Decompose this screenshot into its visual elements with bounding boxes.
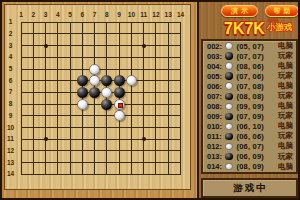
move-list-row: 004:(08, 06)电脑 (203, 61, 296, 71)
grid-vline (180, 22, 181, 174)
stone-icon-white (225, 163, 233, 171)
move-list-row: 012:(06, 07)电脑 (203, 141, 296, 151)
stone-black (77, 87, 88, 98)
grid-vline (155, 22, 156, 174)
stone-icon-black (225, 153, 233, 161)
move-number: 011: (207, 132, 225, 141)
row-label: 5 (4, 65, 17, 73)
move-player: 电脑 (269, 61, 293, 71)
move-player: 玩家 (269, 111, 293, 121)
grid-vline (168, 22, 169, 174)
grid-hline (21, 69, 181, 70)
move-list-row: 006:(07, 08)电脑 (203, 81, 296, 91)
move-player: 电脑 (269, 41, 293, 51)
stone-icon-black (225, 93, 233, 101)
move-coord: (06, 07) (237, 142, 270, 151)
move-coord: (08, 06) (237, 62, 270, 71)
gomoku-game-window: 1234567891011121314 1234567891011121314 … (0, 0, 300, 200)
row-label: 4 (4, 53, 17, 61)
stone-icon-black (225, 72, 233, 80)
stone-black (101, 99, 112, 110)
move-coord: (09, 09) (237, 102, 270, 111)
move-list[interactable]: 002:(05, 07)电脑003:(07, 07)玩家004:(08, 06)… (201, 39, 298, 174)
grid-hline (21, 150, 181, 151)
demo-button[interactable]: 演示 (221, 5, 258, 17)
stone-icon-white (225, 42, 233, 50)
move-number: 007: (207, 92, 225, 101)
move-player: 电脑 (269, 141, 293, 151)
move-player: 玩家 (269, 71, 293, 81)
stone-icon-white (225, 123, 233, 131)
move-coord: (06, 06) (237, 132, 270, 141)
move-number: 014: (207, 162, 225, 171)
move-list-row: 005:(07, 06)玩家 (203, 71, 296, 81)
grid-hline (21, 127, 181, 128)
row-label: 12 (4, 147, 17, 155)
row-label: 2 (4, 30, 17, 38)
stone-white (89, 64, 100, 75)
move-player: 电脑 (269, 81, 293, 91)
stone-black (89, 87, 100, 98)
game-board[interactable]: 1234567891011121314 1234567891011121314 (2, 2, 197, 198)
move-number: 010: (207, 122, 225, 131)
move-coord: (08, 08) (237, 92, 270, 101)
logo-7k7k-text: 7K7K (224, 20, 265, 37)
move-number: 012: (207, 142, 225, 151)
move-list-row: 009:(07, 09)玩家 (203, 111, 296, 121)
row-label: 8 (4, 100, 17, 108)
move-player: 玩家 (269, 51, 293, 61)
row-label: 3 (4, 42, 17, 50)
move-coord: (08, 09) (237, 162, 270, 171)
move-coord: (07, 09) (237, 112, 270, 121)
row-label: 10 (4, 124, 17, 132)
star-point (44, 137, 48, 141)
row-label: 9 (4, 112, 17, 120)
grid-vline (131, 22, 132, 174)
last-move-marker (118, 103, 123, 108)
row-label: 14 (4, 170, 17, 178)
help-button[interactable]: 帮助 (265, 5, 299, 17)
move-list-row: 014:(08, 09)电脑 (203, 162, 296, 172)
move-list-row: 007:(08, 08)玩家 (203, 91, 296, 101)
stone-white (114, 99, 125, 110)
star-point (44, 44, 48, 48)
move-player: 玩家 (269, 152, 293, 162)
move-number: 003: (207, 52, 225, 61)
grid-vline (70, 22, 71, 174)
grid-hline (21, 162, 181, 163)
stone-black (114, 75, 125, 86)
move-coord: (06, 09) (237, 152, 270, 161)
status-bar: 游戏中 (201, 178, 298, 198)
move-list-row: 010:(06, 10)电脑 (203, 121, 296, 131)
move-list-row: 003:(07, 07)玩家 (203, 51, 296, 61)
move-player: 电脑 (269, 121, 293, 131)
move-coord: (07, 07) (237, 52, 270, 61)
move-coord: (05, 07) (237, 42, 270, 51)
col-label: 14 (174, 11, 188, 19)
row-label: 13 (4, 159, 17, 167)
move-list-row: 002:(05, 07)电脑 (203, 41, 296, 51)
move-coord: (07, 06) (237, 72, 270, 81)
grid-vline (94, 22, 95, 174)
game-status-text: 游戏中 (231, 182, 268, 195)
move-number: 005: (207, 72, 225, 81)
row-label: 7 (4, 88, 17, 96)
move-coord: (06, 10) (237, 122, 270, 131)
logo-xiaoyouxi-text: 小游戏 (267, 23, 293, 32)
side-panel: 演示 帮助 7K7Kcom小游戏 002:(05, 07)电脑003:(07, … (197, 2, 298, 198)
stone-white (77, 99, 88, 110)
row-label: 1 (4, 18, 17, 26)
row-label: 11 (4, 135, 17, 143)
stone-icon-white (225, 62, 233, 70)
move-list-row: 008:(09, 09)电脑 (203, 101, 296, 111)
grid-hline (21, 174, 181, 175)
move-number: 008: (207, 102, 225, 111)
grid-hline (21, 115, 181, 116)
stone-icon-black (225, 113, 233, 121)
move-player: 电脑 (269, 162, 293, 172)
star-point (142, 44, 146, 48)
move-number: 004: (207, 62, 225, 71)
move-number: 002: (207, 42, 225, 51)
stone-icon-black (225, 52, 233, 60)
star-point (142, 137, 146, 141)
move-list-row: 013:(06, 09)玩家 (203, 152, 296, 162)
row-label: 6 (4, 77, 17, 85)
7k7k-logo: 7K7Kcom小游戏 (224, 18, 298, 38)
move-player: 电脑 (269, 101, 293, 111)
move-player: 玩家 (269, 131, 293, 141)
move-number: 006: (207, 82, 225, 91)
stone-icon-white (225, 103, 233, 111)
move-player: 玩家 (269, 91, 293, 101)
move-number: 009: (207, 112, 225, 121)
stone-icon-white (225, 143, 233, 151)
stone-icon-white (225, 82, 233, 90)
grid-hline (21, 57, 181, 58)
grid-vline (57, 22, 58, 174)
move-number: 013: (207, 152, 225, 161)
stone-black (114, 87, 125, 98)
move-list-row: 011:(06, 06)玩家 (203, 131, 296, 141)
stone-white (114, 110, 125, 121)
move-coord: (07, 08) (237, 82, 270, 91)
stone-icon-black (225, 133, 233, 141)
